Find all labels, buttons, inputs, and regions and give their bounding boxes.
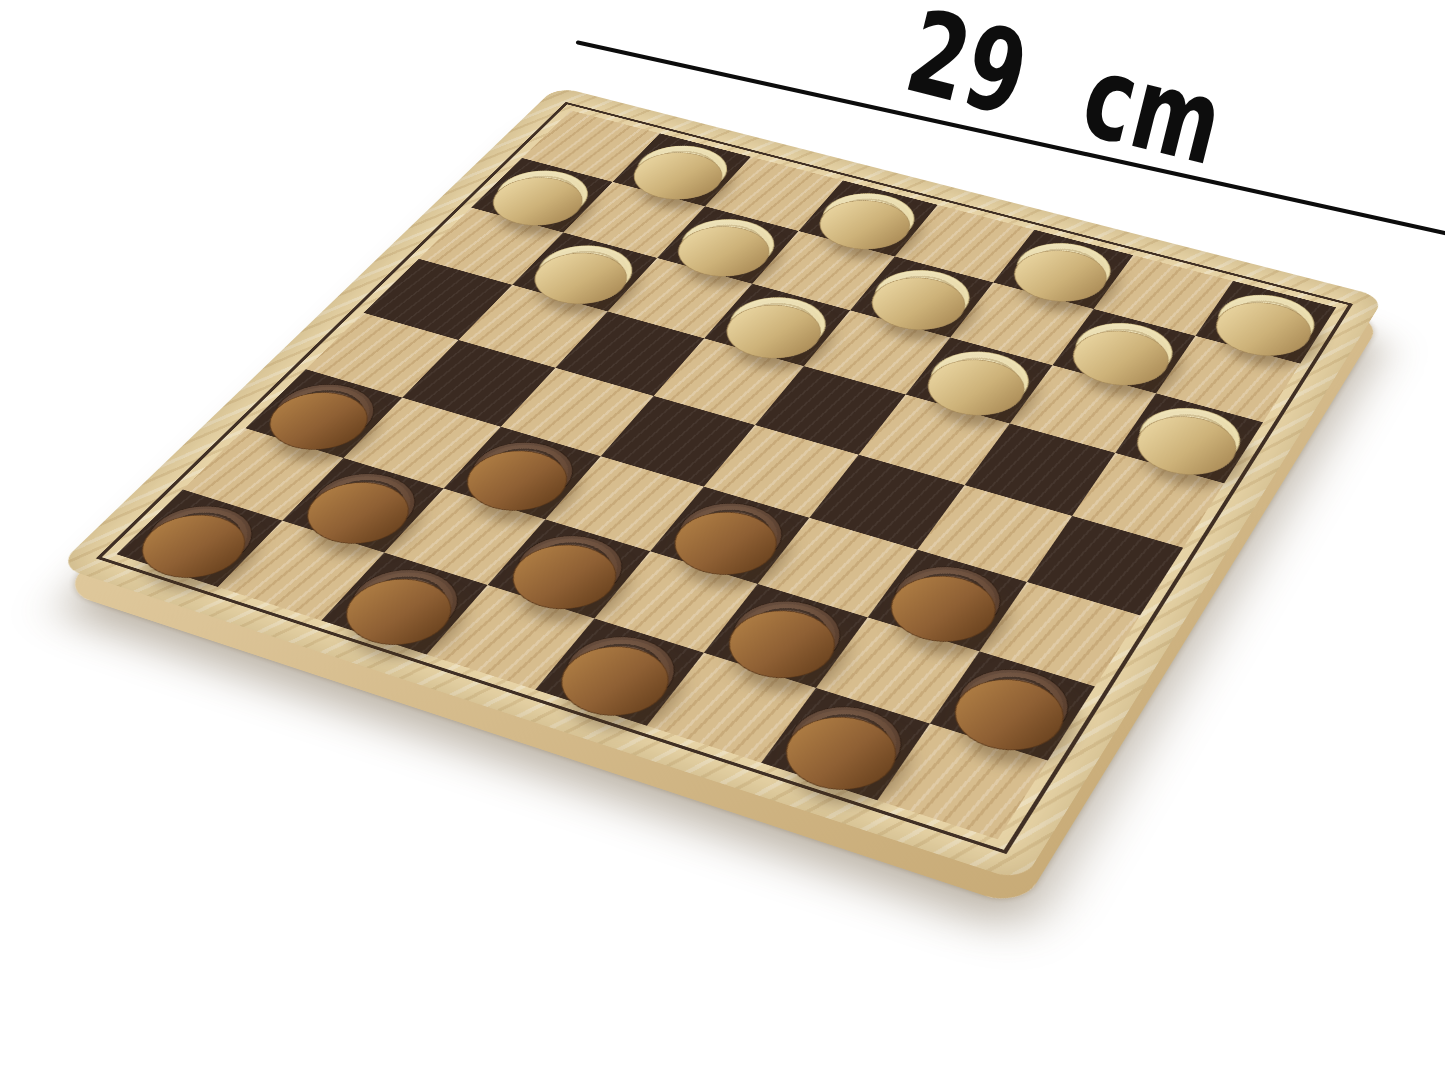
board-frame [57,86,1384,882]
dimension-text: 29 cm [897,0,1233,182]
dimension-label: 29 cm [897,0,1353,212]
inner-border-line [96,102,1353,854]
product-photo-stage: 29 cm [0,0,1445,1068]
board-grid [117,110,1337,839]
checkers-board [57,86,1384,882]
